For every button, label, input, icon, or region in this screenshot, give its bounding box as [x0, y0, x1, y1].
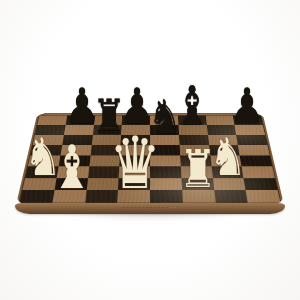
square-a7: [35, 125, 65, 135]
square-b8: [65, 116, 94, 125]
square-h4: [240, 155, 272, 166]
square-d6: [121, 135, 150, 145]
square-g7: [206, 125, 236, 135]
square-h8: [233, 116, 263, 125]
chess-board: [16, 113, 284, 205]
square-a1: [20, 190, 55, 203]
square-h5: [238, 145, 270, 156]
square-d3: [119, 167, 150, 179]
square-d5: [120, 145, 150, 156]
square-c8: [94, 116, 123, 125]
square-a4: [28, 155, 60, 166]
brand-engraving-gold: ╌╌: [170, 205, 178, 210]
square-a8: [37, 116, 67, 125]
square-g5: [209, 145, 240, 156]
square-e7: [150, 125, 179, 135]
square-g4: [210, 155, 242, 166]
square-e3: [150, 167, 181, 179]
square-c4: [89, 155, 120, 166]
square-d2: [118, 178, 150, 190]
square-f1: [182, 190, 215, 203]
square-b5: [60, 145, 91, 156]
square-b1: [52, 190, 86, 203]
square-d7: [121, 125, 150, 135]
square-c6: [91, 135, 121, 145]
square-h2: [244, 178, 278, 190]
square-b4: [58, 155, 90, 166]
square-b3: [56, 167, 89, 179]
square-a6: [33, 135, 64, 145]
square-f4: [180, 155, 211, 166]
square-g8: [205, 116, 234, 125]
square-e2: [150, 178, 182, 190]
square-f5: [179, 145, 210, 156]
square-d1: [117, 190, 150, 203]
square-f8: [178, 116, 207, 125]
square-e6: [150, 135, 179, 145]
square-b7: [64, 125, 94, 135]
square-f6: [179, 135, 209, 145]
square-e1: [150, 190, 183, 203]
square-c7: [92, 125, 121, 135]
square-c5: [90, 145, 121, 156]
square-a3: [25, 167, 58, 179]
square-g1: [214, 190, 248, 203]
square-b6: [62, 135, 92, 145]
square-f3: [181, 167, 213, 179]
photo-background: ╌╌╌╌╌╌╌╌╌╌╌╌╌╌ ♟♟♝♟♜♞♞♞♝♛♜: [0, 0, 300, 300]
brand-engraving-dark: ╌╌╌╌╌╌╌╌╌╌╌╌: [123, 205, 170, 210]
square-f7: [178, 125, 207, 135]
square-c2: [86, 178, 119, 190]
board-squares: [20, 116, 281, 203]
square-h1: [246, 190, 281, 203]
square-b2: [54, 178, 87, 190]
square-h6: [236, 135, 267, 145]
square-e5: [150, 145, 180, 156]
square-h7: [235, 125, 265, 135]
board-front-edge: ╌╌╌╌╌╌╌╌╌╌╌╌╌╌: [15, 203, 285, 214]
square-e4: [150, 155, 181, 166]
square-g2: [212, 178, 245, 190]
square-f2: [181, 178, 214, 190]
square-d4: [119, 155, 150, 166]
brand-engraving: ╌╌╌╌╌╌╌╌╌╌╌╌╌╌: [15, 206, 285, 210]
square-c3: [88, 167, 120, 179]
square-a2: [22, 178, 56, 190]
square-d8: [122, 116, 150, 125]
square-h3: [242, 167, 275, 179]
square-e8: [150, 116, 178, 125]
square-a5: [30, 145, 62, 156]
square-g6: [208, 135, 238, 145]
square-c1: [85, 190, 118, 203]
square-g3: [211, 167, 244, 179]
